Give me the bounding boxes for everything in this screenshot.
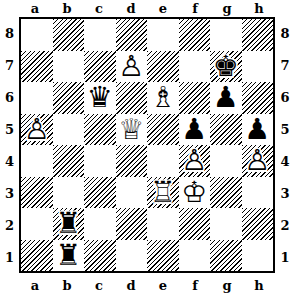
square-g5[interactable]	[210, 114, 242, 146]
rank-label-8: 8	[275, 17, 295, 49]
rank-labels-left: 87654321	[0, 17, 19, 273]
chess-diagram: abcdefgh 87654321 ♙♚♛♗♟♙♕♟♟♙♙♖♔♜♜ 876543…	[0, 0, 295, 295]
square-a6[interactable]	[21, 82, 53, 114]
square-a2[interactable]	[21, 208, 53, 240]
file-label-d: d	[115, 0, 147, 17]
square-c6[interactable]: ♛	[84, 82, 116, 114]
black-rook[interactable]: ♜	[53, 240, 85, 272]
square-b6[interactable]	[53, 82, 85, 114]
square-g4[interactable]	[210, 145, 242, 177]
square-g3[interactable]	[210, 177, 242, 209]
square-f6[interactable]	[179, 82, 211, 114]
white-pawn[interactable]: ♙	[116, 51, 148, 83]
square-e4[interactable]	[147, 145, 179, 177]
square-c8[interactable]	[84, 19, 116, 51]
square-h3[interactable]	[242, 177, 274, 209]
square-b3[interactable]	[53, 177, 85, 209]
rank-label-8: 8	[0, 17, 19, 49]
square-e2[interactable]	[147, 208, 179, 240]
square-d7[interactable]: ♙	[116, 51, 148, 83]
square-e8[interactable]	[147, 19, 179, 51]
rank-label-5: 5	[275, 113, 295, 145]
black-pawn[interactable]: ♟	[179, 114, 211, 146]
square-b8[interactable]	[53, 19, 85, 51]
white-king[interactable]: ♔	[179, 177, 211, 209]
rank-label-4: 4	[0, 145, 19, 177]
black-pawn[interactable]: ♟	[242, 114, 274, 146]
rank-label-3: 3	[0, 177, 19, 209]
file-label-b: b	[51, 275, 83, 295]
square-h8[interactable]	[242, 19, 274, 51]
square-a3[interactable]	[21, 177, 53, 209]
file-label-d: d	[115, 275, 147, 295]
square-f2[interactable]	[179, 208, 211, 240]
rank-label-3: 3	[275, 177, 295, 209]
file-label-f: f	[179, 275, 211, 295]
rank-label-2: 2	[0, 209, 19, 241]
rank-label-5: 5	[0, 113, 19, 145]
rank-label-4: 4	[275, 145, 295, 177]
square-f4[interactable]: ♙	[179, 145, 211, 177]
square-f5[interactable]: ♟	[179, 114, 211, 146]
file-labels-top: abcdefgh	[19, 0, 275, 17]
black-rook[interactable]: ♜	[53, 208, 85, 240]
file-label-e: e	[147, 275, 179, 295]
file-label-g: g	[211, 275, 243, 295]
square-d6[interactable]	[116, 82, 148, 114]
chess-board: ♙♚♛♗♟♙♕♟♟♙♙♖♔♜♜	[19, 17, 275, 273]
square-f7[interactable]	[179, 51, 211, 83]
file-label-h: h	[243, 275, 275, 295]
file-label-g: g	[211, 0, 243, 17]
square-g1[interactable]	[210, 240, 242, 272]
square-a5[interactable]: ♙	[21, 114, 53, 146]
black-king[interactable]: ♚	[210, 51, 242, 83]
rank-label-7: 7	[0, 49, 19, 81]
square-d5[interactable]: ♕	[116, 114, 148, 146]
file-label-c: c	[83, 0, 115, 17]
square-f8[interactable]	[179, 19, 211, 51]
square-e7[interactable]	[147, 51, 179, 83]
square-a4[interactable]	[21, 145, 53, 177]
file-label-c: c	[83, 275, 115, 295]
square-h2[interactable]	[242, 208, 274, 240]
black-queen[interactable]: ♛	[84, 82, 116, 114]
square-c1[interactable]	[84, 240, 116, 272]
square-c7[interactable]	[84, 51, 116, 83]
square-f1[interactable]	[179, 240, 211, 272]
rank-label-6: 6	[275, 81, 295, 113]
white-pawn[interactable]: ♙	[179, 145, 211, 177]
square-d4[interactable]	[116, 145, 148, 177]
white-pawn[interactable]: ♙	[242, 145, 274, 177]
rank-label-7: 7	[275, 49, 295, 81]
rank-label-1: 1	[0, 241, 19, 273]
square-c4[interactable]	[84, 145, 116, 177]
white-queen[interactable]: ♕	[116, 114, 148, 146]
square-h6[interactable]	[242, 82, 274, 114]
square-e1[interactable]	[147, 240, 179, 272]
square-g7[interactable]: ♚	[210, 51, 242, 83]
square-a1[interactable]	[21, 240, 53, 272]
square-e6[interactable]: ♗	[147, 82, 179, 114]
rank-labels-right: 87654321	[275, 17, 295, 273]
rank-label-6: 6	[0, 81, 19, 113]
square-c5[interactable]	[84, 114, 116, 146]
white-rook[interactable]: ♖	[147, 177, 179, 209]
file-label-b: b	[51, 0, 83, 17]
square-h5[interactable]: ♟	[242, 114, 274, 146]
file-labels-bottom: abcdefgh	[19, 275, 275, 295]
square-b1[interactable]: ♜	[53, 240, 85, 272]
square-d1[interactable]	[116, 240, 148, 272]
square-g6[interactable]: ♟	[210, 82, 242, 114]
square-b7[interactable]	[53, 51, 85, 83]
file-label-a: a	[19, 0, 51, 17]
square-c2[interactable]	[84, 208, 116, 240]
square-e5[interactable]	[147, 114, 179, 146]
square-c3[interactable]	[84, 177, 116, 209]
square-g8[interactable]	[210, 19, 242, 51]
rank-label-1: 1	[275, 241, 295, 273]
square-h7[interactable]	[242, 51, 274, 83]
square-d3[interactable]	[116, 177, 148, 209]
square-b2[interactable]: ♜	[53, 208, 85, 240]
black-pawn[interactable]: ♟	[210, 82, 242, 114]
white-bishop[interactable]: ♗	[147, 82, 179, 114]
square-f3[interactable]: ♔	[179, 177, 211, 209]
square-d8[interactable]	[116, 19, 148, 51]
square-e3[interactable]: ♖	[147, 177, 179, 209]
white-pawn[interactable]: ♙	[21, 114, 53, 146]
square-h1[interactable]	[242, 240, 274, 272]
file-label-h: h	[243, 0, 275, 17]
square-b5[interactable]	[53, 114, 85, 146]
rank-label-2: 2	[275, 209, 295, 241]
square-d2[interactable]	[116, 208, 148, 240]
square-a8[interactable]	[21, 19, 53, 51]
square-h4[interactable]: ♙	[242, 145, 274, 177]
square-g2[interactable]	[210, 208, 242, 240]
file-label-a: a	[19, 275, 51, 295]
square-b4[interactable]	[53, 145, 85, 177]
file-label-f: f	[179, 0, 211, 17]
square-a7[interactable]	[21, 51, 53, 83]
file-label-e: e	[147, 0, 179, 17]
